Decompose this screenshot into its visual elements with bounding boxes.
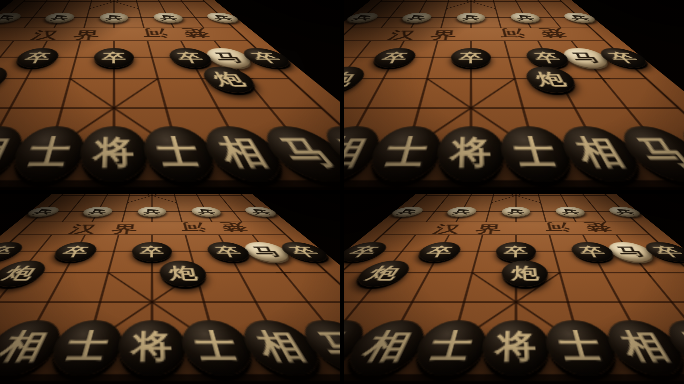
frame-1: 汉界楚河兵兵兵兵兵马车马相士将士相马车炮炮卒卒卒卒卒 [0,0,340,190]
xiangqi-board: 汉界楚河兵兵兵兵兵马车马相士将士相马车炮炮卒卒卒卒卒 [0,194,340,381]
black-general-glyph: 将 [131,329,174,362]
white-soldier-1-glyph: 兵 [351,15,374,21]
white-soldier-1-glyph: 兵 [32,209,55,215]
white-soldier-3-glyph: 兵 [143,209,160,215]
black-advisor-left-glyph: 士 [24,135,73,168]
black-cannon-moving-glyph: 炮 [511,265,540,281]
white-soldier-3-glyph: 兵 [462,15,479,21]
black-soldier-2-glyph: 卒 [379,52,409,64]
black-soldier-3-glyph: 卒 [504,246,529,258]
black-advisor-right-glyph: 士 [193,329,242,362]
black-general-glyph: 将 [93,135,136,168]
xiangqi-board: 汉界楚河兵兵兵兵兵马车马相士将士相马车炮炮卒卒卒卒卒 [344,0,684,187]
river-label-left: 汉界 [430,223,518,235]
white-soldier-5-glyph: 兵 [613,209,636,215]
black-soldier-4-glyph: 卒 [213,246,243,258]
river-label-right: 楚河 [164,221,252,233]
white-soldier-4-glyph: 兵 [158,15,178,21]
black-elephant-right-glyph: 相 [252,329,310,362]
white-horse-advanced-glyph: 马 [569,52,602,64]
black-advisor-left-glyph: 士 [426,329,475,362]
white-soldier-2-glyph: 兵 [50,15,70,21]
black-soldier-5-glyph: 卒 [650,246,684,258]
black-advisor-right-glyph: 士 [155,135,204,168]
black-soldier-5-glyph: 卒 [248,52,285,64]
river-label-left: 汉界 [385,29,473,41]
black-soldier-5-glyph: 卒 [605,52,642,64]
black-soldier-2-glyph: 卒 [424,246,454,258]
black-soldier-2-glyph: 卒 [22,52,52,64]
black-elephant-right-glyph: 相 [571,135,629,168]
xiangqi-board: 汉界楚河兵兵兵兵兵马车马相士将士相马车炮炮卒卒卒卒卒 [344,194,684,381]
black-advisor-left-glyph: 士 [381,135,430,168]
black-cannon-moving-glyph: 炮 [533,71,568,87]
black-soldier-3-glyph: 卒 [102,52,127,64]
black-cannon-moving-glyph: 炮 [210,71,249,87]
black-elephant-left-glyph: 相 [358,329,416,362]
black-elephant-right-glyph: 相 [214,135,272,168]
black-soldier-5-glyph: 卒 [286,246,323,258]
black-advisor-right-glyph: 士 [557,329,606,362]
white-soldier-3-glyph: 兵 [105,15,122,21]
white-soldier-2-glyph: 兵 [88,209,108,215]
black-soldier-4-glyph: 卒 [532,52,562,64]
white-soldier-4-glyph: 兵 [196,209,216,215]
river-label-right: 楚河 [528,221,616,233]
white-soldier-5-glyph: 兵 [249,209,272,215]
black-cannon-left-glyph: 炮 [363,265,403,281]
video-frame-grid: 汉界楚河兵兵兵兵兵马车马相士将士相马车炮炮卒卒卒卒卒汉界楚河兵兵兵兵兵马车马相士… [0,0,684,384]
black-elephant-left-glyph: 相 [344,135,371,168]
river-label-right: 楚河 [483,27,571,39]
white-soldier-1-glyph: 兵 [0,15,17,21]
white-soldier-2-glyph: 兵 [407,15,427,21]
black-cannon-moving-glyph: 炮 [168,265,198,281]
white-horse-advanced-glyph: 马 [250,246,283,258]
black-soldier-3-glyph: 卒 [140,246,165,258]
white-horse-advanced-glyph: 马 [614,246,647,258]
black-cannon-left-glyph: 炮 [0,265,40,281]
black-advisor-right-glyph: 士 [512,135,561,168]
black-soldier-4-glyph: 卒 [175,52,205,64]
black-soldier-4-glyph: 卒 [577,246,607,258]
river-label-left: 汉界 [66,223,154,235]
white-horse-advanced-glyph: 马 [212,52,245,64]
white-soldier-1-glyph: 兵 [396,209,419,215]
xiangqi-board: 汉界楚河兵兵兵兵兵马车马相士将士相马车炮炮卒卒卒卒卒 [0,0,340,187]
white-soldier-2-glyph: 兵 [452,209,472,215]
black-elephant-right-glyph: 相 [616,329,674,362]
white-soldier-4-glyph: 兵 [560,209,580,215]
frame-3: 汉界楚河兵兵兵兵兵马车马相士将士相马车炮炮卒卒卒卒卒 [0,194,340,384]
black-soldier-3-glyph: 卒 [459,52,484,64]
river-label-right: 楚河 [126,27,214,39]
river-label-left: 汉界 [28,29,116,41]
black-general-glyph: 将 [495,329,538,362]
black-soldier-1-glyph: 卒 [345,246,382,258]
white-soldier-4-glyph: 兵 [515,15,535,21]
black-general-glyph: 将 [450,135,493,168]
white-soldier-3-glyph: 兵 [507,209,524,215]
white-soldier-5-glyph: 兵 [211,15,234,21]
black-soldier-2-glyph: 卒 [60,246,90,258]
black-elephant-left-glyph: 相 [0,329,52,362]
white-soldier-5-glyph: 兵 [568,15,591,21]
black-advisor-left-glyph: 士 [62,329,111,362]
frame-2: 汉界楚河兵兵兵兵兵马车马相士将士相马车炮炮卒卒卒卒卒 [344,0,684,190]
frame-4: 汉界楚河兵兵兵兵兵马车马相士将士相马车炮炮卒卒卒卒卒 [344,194,684,384]
